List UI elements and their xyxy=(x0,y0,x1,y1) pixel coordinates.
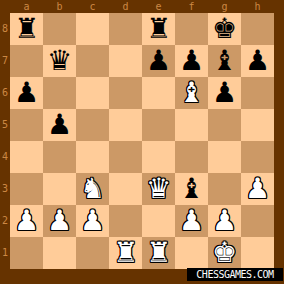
black-pawn-b5[interactable]: ♟ xyxy=(43,109,76,141)
square-h1[interactable] xyxy=(241,237,274,269)
file-label-d: d xyxy=(109,0,142,13)
square-h5[interactable] xyxy=(241,109,274,141)
black-pawn-g6[interactable]: ♟ xyxy=(208,77,241,109)
square-g2[interactable]: ♟ xyxy=(208,205,241,237)
black-rook-a8[interactable]: ♜ xyxy=(10,13,43,45)
white-pawn-g2[interactable]: ♟ xyxy=(208,205,241,237)
square-b8[interactable] xyxy=(43,13,76,45)
rank-label-5: 5 xyxy=(0,109,10,141)
square-f5[interactable] xyxy=(175,109,208,141)
white-queen-e3[interactable]: ♛ xyxy=(142,173,175,205)
square-g6[interactable]: ♟ xyxy=(208,77,241,109)
file-label-f: f xyxy=(175,0,208,13)
square-c2[interactable]: ♟ xyxy=(76,205,109,237)
rank-label-4: 4 xyxy=(0,141,10,173)
rank-labels: 87654321 xyxy=(0,13,10,269)
white-pawn-h3[interactable]: ♟ xyxy=(241,173,274,205)
square-f7[interactable]: ♟ xyxy=(175,45,208,77)
square-d6[interactable] xyxy=(109,77,142,109)
white-pawn-c2[interactable]: ♟ xyxy=(76,205,109,237)
white-pawn-f2[interactable]: ♟ xyxy=(175,205,208,237)
chess-board: ♜♜♚♛♟♟♝♟♟♝♟♟♞♛♝♟♟♟♟♟♟♜♜♚ xyxy=(10,13,274,269)
square-d8[interactable] xyxy=(109,13,142,45)
square-f8[interactable] xyxy=(175,13,208,45)
white-rook-e1[interactable]: ♜ xyxy=(142,237,175,269)
square-b1[interactable] xyxy=(43,237,76,269)
square-a3[interactable] xyxy=(10,173,43,205)
black-queen-b7[interactable]: ♛ xyxy=(43,45,76,77)
square-b2[interactable]: ♟ xyxy=(43,205,76,237)
square-f4[interactable] xyxy=(175,141,208,173)
square-e6[interactable] xyxy=(142,77,175,109)
square-c8[interactable] xyxy=(76,13,109,45)
file-label-c: c xyxy=(76,0,109,13)
white-bishop-f6[interactable]: ♝ xyxy=(175,77,208,109)
white-pawn-a2[interactable]: ♟ xyxy=(10,205,43,237)
square-c1[interactable] xyxy=(76,237,109,269)
square-g5[interactable] xyxy=(208,109,241,141)
square-h4[interactable] xyxy=(241,141,274,173)
white-pawn-b2[interactable]: ♟ xyxy=(43,205,76,237)
file-label-h: h xyxy=(241,0,274,13)
square-a7[interactable] xyxy=(10,45,43,77)
square-a4[interactable] xyxy=(10,141,43,173)
white-rook-d1[interactable]: ♜ xyxy=(109,237,142,269)
site-branding: CHESSGAMES.COM xyxy=(187,268,283,281)
square-c6[interactable] xyxy=(76,77,109,109)
square-b3[interactable] xyxy=(43,173,76,205)
black-king-g8[interactable]: ♚ xyxy=(208,13,241,45)
square-c3[interactable]: ♞ xyxy=(76,173,109,205)
square-f1[interactable] xyxy=(175,237,208,269)
black-rook-e8[interactable]: ♜ xyxy=(142,13,175,45)
rank-label-7: 7 xyxy=(0,45,10,77)
square-b7[interactable]: ♛ xyxy=(43,45,76,77)
rank-label-8: 8 xyxy=(0,13,10,45)
square-d7[interactable] xyxy=(109,45,142,77)
black-bishop-g7[interactable]: ♝ xyxy=(208,45,241,77)
square-f6[interactable]: ♝ xyxy=(175,77,208,109)
rank-label-1: 1 xyxy=(0,237,10,269)
square-b4[interactable] xyxy=(43,141,76,173)
square-d5[interactable] xyxy=(109,109,142,141)
white-king-g1[interactable]: ♚ xyxy=(208,237,241,269)
square-a2[interactable]: ♟ xyxy=(10,205,43,237)
square-e7[interactable]: ♟ xyxy=(142,45,175,77)
square-d2[interactable] xyxy=(109,205,142,237)
square-e5[interactable] xyxy=(142,109,175,141)
square-d3[interactable] xyxy=(109,173,142,205)
square-g7[interactable]: ♝ xyxy=(208,45,241,77)
square-f2[interactable]: ♟ xyxy=(175,205,208,237)
square-h6[interactable] xyxy=(241,77,274,109)
square-a1[interactable] xyxy=(10,237,43,269)
square-h3[interactable]: ♟ xyxy=(241,173,274,205)
white-knight-c3[interactable]: ♞ xyxy=(76,173,109,205)
square-d1[interactable]: ♜ xyxy=(109,237,142,269)
square-f3[interactable]: ♝ xyxy=(175,173,208,205)
square-e8[interactable]: ♜ xyxy=(142,13,175,45)
square-a6[interactable]: ♟ xyxy=(10,77,43,109)
black-pawn-a6[interactable]: ♟ xyxy=(10,77,43,109)
black-pawn-h7[interactable]: ♟ xyxy=(241,45,274,77)
square-g1[interactable]: ♚ xyxy=(208,237,241,269)
rank-label-3: 3 xyxy=(0,173,10,205)
chess-diagram: abcdefgh 87654321 ♜♜♚♛♟♟♝♟♟♝♟♟♞♛♝♟♟♟♟♟♟♜… xyxy=(0,0,284,284)
square-e1[interactable]: ♜ xyxy=(142,237,175,269)
square-e4[interactable] xyxy=(142,141,175,173)
square-h2[interactable] xyxy=(241,205,274,237)
square-c5[interactable] xyxy=(76,109,109,141)
square-c4[interactable] xyxy=(76,141,109,173)
rank-label-6: 6 xyxy=(0,77,10,109)
square-c7[interactable] xyxy=(76,45,109,77)
square-h7[interactable]: ♟ xyxy=(241,45,274,77)
black-pawn-f7[interactable]: ♟ xyxy=(175,45,208,77)
black-pawn-e7[interactable]: ♟ xyxy=(142,45,175,77)
square-g8[interactable]: ♚ xyxy=(208,13,241,45)
file-label-b: b xyxy=(43,0,76,13)
square-h8[interactable] xyxy=(241,13,274,45)
square-e2[interactable] xyxy=(142,205,175,237)
square-g4[interactable] xyxy=(208,141,241,173)
square-a5[interactable] xyxy=(10,109,43,141)
square-b6[interactable] xyxy=(43,77,76,109)
square-b5[interactable]: ♟ xyxy=(43,109,76,141)
rank-label-2: 2 xyxy=(0,205,10,237)
square-g3[interactable] xyxy=(208,173,241,205)
square-a8[interactable]: ♜ xyxy=(10,13,43,45)
black-bishop-f3[interactable]: ♝ xyxy=(175,173,208,205)
square-d4[interactable] xyxy=(109,141,142,173)
square-e3[interactable]: ♛ xyxy=(142,173,175,205)
